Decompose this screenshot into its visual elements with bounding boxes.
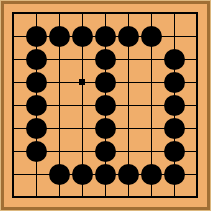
black-stone[interactable] <box>164 95 185 116</box>
black-stone[interactable] <box>49 26 70 47</box>
black-stone[interactable] <box>95 164 116 185</box>
black-stone[interactable] <box>95 95 116 116</box>
black-stone[interactable] <box>164 141 185 162</box>
black-stone[interactable] <box>164 49 185 70</box>
black-stone[interactable] <box>95 49 116 70</box>
black-stone[interactable] <box>118 26 139 47</box>
black-stone[interactable] <box>95 26 116 47</box>
black-stone[interactable] <box>118 164 139 185</box>
black-stone[interactable] <box>49 164 70 185</box>
black-stone[interactable] <box>26 49 47 70</box>
black-stone[interactable] <box>164 72 185 93</box>
black-stone[interactable] <box>72 164 93 185</box>
black-stone[interactable] <box>95 118 116 139</box>
black-stone[interactable] <box>164 118 185 139</box>
black-stone[interactable] <box>26 95 47 116</box>
black-stone[interactable] <box>26 72 47 93</box>
black-stone[interactable] <box>95 72 116 93</box>
black-stone[interactable] <box>95 141 116 162</box>
black-stone[interactable] <box>26 141 47 162</box>
black-stone[interactable] <box>26 26 47 47</box>
black-stone[interactable] <box>141 26 162 47</box>
stones-layer <box>0 0 211 211</box>
black-stone[interactable] <box>26 118 47 139</box>
go-board[interactable] <box>0 0 211 211</box>
black-stone[interactable] <box>164 164 185 185</box>
black-stone[interactable] <box>72 26 93 47</box>
black-stone[interactable] <box>141 164 162 185</box>
